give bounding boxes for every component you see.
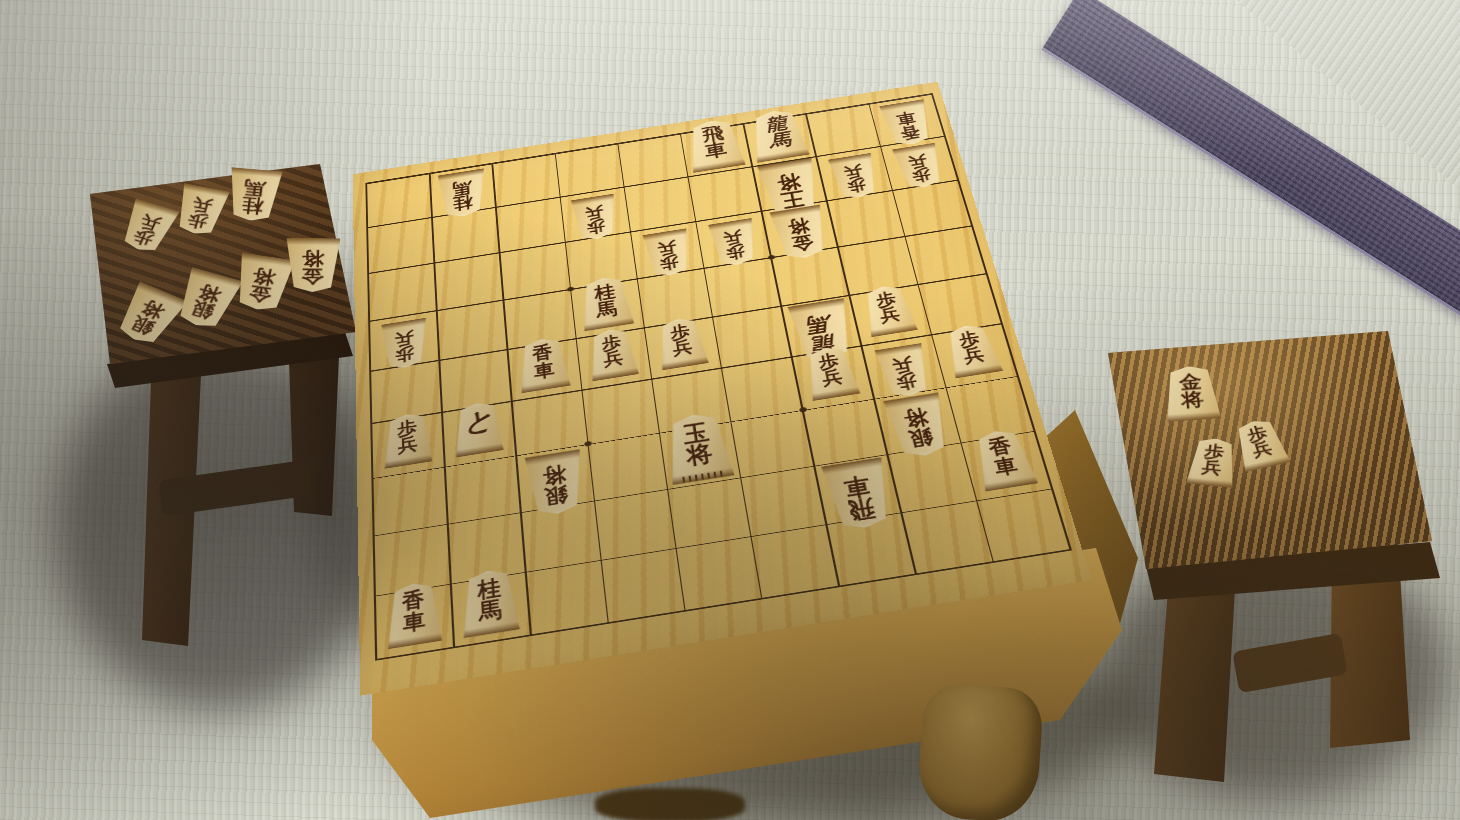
board-leg-far xyxy=(595,788,745,820)
kanji-兵: 兵 xyxy=(907,153,929,169)
board-piece-sente-桂馬-8i[interactable]: 桂馬 xyxy=(457,566,523,639)
board-piece-gote-金将-3c[interactable]: 金将 xyxy=(767,204,835,262)
board-piece-sente-桂馬-6d[interactable]: 桂馬 xyxy=(576,274,637,332)
kanji-兵: 兵 xyxy=(585,204,605,221)
board-piece-gote-銀将-2g[interactable]: 銀将 xyxy=(880,392,957,461)
kanji-兵: 兵 xyxy=(878,306,901,325)
kanji-兵: 兵 xyxy=(821,368,845,388)
board-piece-gote-歩兵-4c[interactable]: 歩兵 xyxy=(705,218,762,269)
kanji-兵: 兵 xyxy=(398,435,418,455)
board-piece-gote-香車-1a[interactable]: 香車 xyxy=(877,99,939,148)
board-piece-gote-歩兵-5c[interactable]: 歩兵 xyxy=(640,228,696,279)
board-piece-gote-歩兵-6b[interactable]: 歩兵 xyxy=(569,193,622,243)
kanji-馬: 馬 xyxy=(452,180,472,198)
board-piece-sente-飛車-4a[interactable]: 飛車 xyxy=(682,116,749,173)
board-piece-sente-歩兵-9f[interactable]: 歩兵 xyxy=(381,410,435,469)
board-piece-sente-玉将-5g[interactable]: 玉将 xyxy=(660,410,738,486)
scene: 香車桂馬飛車龍馬歩兵王将歩兵歩兵歩兵歩兵金将歩兵桂馬香車歩兵歩兵龍馬歩兵歩兵と歩… xyxy=(0,0,1460,820)
board-top-surface: 香車桂馬飛車龍馬歩兵王将歩兵歩兵歩兵歩兵金将歩兵桂馬香車歩兵歩兵龍馬歩兵歩兵と歩… xyxy=(353,82,1092,696)
kanji-将: 将 xyxy=(685,442,714,468)
kanji-兵: 兵 xyxy=(603,349,624,368)
kanji-将: 将 xyxy=(902,407,930,430)
kanji-将: 将 xyxy=(786,217,811,237)
board-piece-sente-香車-1h[interactable]: 香車 xyxy=(967,427,1041,492)
kanji-兵: 兵 xyxy=(843,164,865,181)
kanji-将: 将 xyxy=(542,464,567,488)
kanji-車: 車 xyxy=(992,455,1019,477)
kanji-兵: 兵 xyxy=(656,240,677,257)
board-piece-gote-歩兵-2f[interactable]: 歩兵 xyxy=(872,342,937,400)
right-stand-top xyxy=(1100,325,1445,575)
kanji-馬: 馬 xyxy=(807,313,834,335)
kanji-車: 車 xyxy=(894,110,917,127)
board-piece-gote-桂馬-8a[interactable]: 桂馬 xyxy=(436,168,491,220)
kanji-兵: 兵 xyxy=(962,346,987,365)
board-piece-sente-歩兵-1f[interactable]: 歩兵 xyxy=(939,322,1005,379)
kanji-馬: 馬 xyxy=(767,131,791,150)
board-piece-sente-歩兵-6e[interactable]: 歩兵 xyxy=(584,326,641,382)
maker-signature xyxy=(682,471,724,484)
kanji-兵: 兵 xyxy=(672,339,694,358)
board-piece-sente-香車-7e[interactable]: 香車 xyxy=(514,335,573,394)
kanji-馬: 馬 xyxy=(478,597,503,622)
kanji-車: 車 xyxy=(704,141,729,160)
kanji-兵: 兵 xyxy=(394,330,414,348)
board-pieces-layer: 香車桂馬飛車龍馬歩兵王将歩兵歩兵歩兵歩兵金将歩兵桂馬香車歩兵歩兵龍馬歩兵歩兵と歩… xyxy=(353,82,1092,696)
board-piece-gote-歩兵-2b[interactable]: 歩兵 xyxy=(826,153,885,202)
kanji-馬: 馬 xyxy=(596,299,619,319)
kanji-車: 車 xyxy=(533,360,555,380)
board-piece-gote-銀将-7g[interactable]: 銀将 xyxy=(522,448,590,518)
board-piece-sente-龍馬-3a[interactable]: 龍馬 xyxy=(744,106,812,163)
board-piece-sente-歩兵-5e[interactable]: 歩兵 xyxy=(653,315,712,370)
board-piece-sente-と-8f[interactable]: と xyxy=(451,399,507,458)
board-piece-gote-飛車-3h[interactable]: 飛車 xyxy=(818,457,900,534)
board-piece-sente-歩兵-2e[interactable]: 歩兵 xyxy=(857,282,920,337)
kanji-兵: 兵 xyxy=(891,355,915,374)
board-piece-gote-歩兵-9d[interactable]: 歩兵 xyxy=(379,318,431,373)
kanji-車: 車 xyxy=(842,474,872,500)
kanji-と: と xyxy=(463,407,493,436)
kanji-将: 将 xyxy=(775,171,802,192)
board-piece-sente-香車-9i[interactable]: 香車 xyxy=(383,579,445,650)
board-piece-gote-歩兵-1b[interactable]: 歩兵 xyxy=(890,142,950,191)
kanji-車: 車 xyxy=(403,609,426,633)
kanji-兵: 兵 xyxy=(722,229,743,246)
